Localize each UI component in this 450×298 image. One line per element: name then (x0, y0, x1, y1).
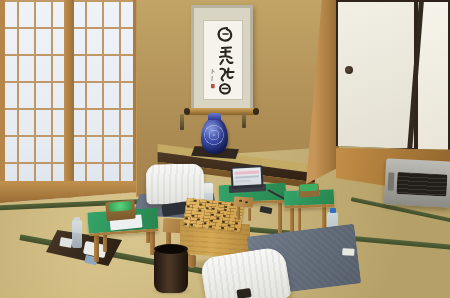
shogi-piece (199, 209, 202, 212)
shogi-piece (209, 225, 212, 228)
shogi-piece (184, 223, 187, 226)
chair-foot (236, 288, 251, 298)
shogi-piece (228, 224, 231, 227)
scroll-roller (186, 108, 257, 115)
room-photo (0, 0, 450, 298)
shogi-piece (211, 207, 214, 210)
laptop-screen (230, 165, 263, 189)
shogi-piece (221, 226, 224, 229)
tray-item-small (59, 237, 72, 248)
laptop-display (233, 167, 262, 185)
fusuma-doors (336, 0, 450, 152)
calligraphy-strokes (204, 21, 242, 99)
clock-face (108, 201, 132, 212)
shogi-piece (234, 222, 237, 225)
shogi-piece (203, 222, 206, 225)
clock-face (300, 184, 318, 192)
bottle-cap (330, 208, 336, 213)
shogi-piece (211, 213, 214, 216)
shoji-stile-mid (64, 0, 74, 206)
right-game-clock (299, 183, 320, 197)
shogi-piece (222, 220, 225, 223)
seal-mark (211, 84, 215, 88)
scroll-weight-left (180, 114, 184, 130)
shogi-piece (194, 199, 197, 202)
board-leg (188, 255, 196, 268)
floor-heater (384, 158, 450, 207)
right-komadai (234, 197, 253, 208)
scroll-roller-end-right (253, 108, 259, 115)
tray-bottle-cap (74, 217, 80, 221)
tray-bottle (72, 220, 82, 248)
fusuma-handle-icon (345, 66, 353, 74)
shogi-piece (217, 211, 220, 214)
komadai-leg (248, 208, 251, 221)
vase-neck (208, 113, 221, 120)
screen-content (235, 180, 251, 183)
shogi-piece (210, 219, 213, 222)
heater-grille (396, 172, 447, 197)
shogi-piece (185, 217, 188, 220)
bin-rim (154, 244, 188, 254)
shogi-piece (205, 207, 208, 210)
scroll-panel (203, 20, 243, 100)
shogi-piece (191, 214, 194, 217)
hanging-scroll (191, 5, 253, 111)
porcelain-vase (201, 117, 228, 154)
shogi-piece (216, 217, 219, 220)
fusuma-door-left (338, 2, 414, 148)
waste-basket (154, 248, 188, 293)
scroll-roller-end-left (184, 108, 190, 115)
scroll-weight-right (242, 112, 246, 128)
left-game-clock (105, 200, 136, 221)
shogi-piece (187, 205, 190, 208)
shoji-stile-left (0, 0, 5, 206)
cushion-tag (342, 248, 354, 256)
shogi-piece (197, 218, 200, 221)
shoji-screens (0, 0, 139, 206)
shogi-piece (234, 228, 237, 231)
shogi-piece (190, 223, 193, 226)
fusuma-door-right (418, 2, 448, 150)
komadai-leg (237, 206, 240, 220)
shogi-piece (224, 208, 227, 211)
shogi-piece (219, 202, 222, 205)
shogi-piece (223, 214, 226, 217)
heater-controls (388, 172, 395, 190)
screen-content (235, 175, 259, 178)
vase-pattern (204, 123, 224, 147)
shogi-piece (206, 201, 209, 204)
shogi-piece (199, 203, 202, 206)
shogi-piece (224, 205, 227, 208)
screen-content (235, 170, 259, 174)
